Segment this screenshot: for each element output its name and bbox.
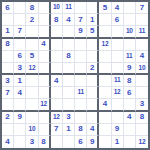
sudoku-board: 6810115472847161795101184126581143122910… xyxy=(0,0,150,150)
sudoku-cell-r4c8[interactable] xyxy=(87,39,99,51)
sudoku-cell-r7c5[interactable]: 4 xyxy=(51,75,63,87)
sudoku-cell-r6c3[interactable]: 12 xyxy=(26,63,38,75)
sudoku-cell-r6c10[interactable] xyxy=(112,63,124,75)
sudoku-cell-r4c6[interactable] xyxy=(63,39,75,51)
sudoku-cell-r8c10[interactable]: 12 xyxy=(112,87,124,99)
sudoku-cell-r10c11[interactable]: 4 xyxy=(124,112,136,124)
sudoku-cell-r1c1[interactable]: 6 xyxy=(2,2,14,14)
sudoku-cell-r11c5[interactable]: 7 xyxy=(51,124,63,136)
sudoku-cell-r4c7[interactable] xyxy=(75,39,87,51)
sudoku-cell-r6c2[interactable]: 3 xyxy=(14,63,26,75)
sudoku-cell-r7c11[interactable]: 8 xyxy=(124,75,136,87)
sudoku-cell-r7c4[interactable] xyxy=(39,75,51,87)
sudoku-cell-r5c2[interactable]: 6 xyxy=(14,51,26,63)
sudoku-cell-r4c2[interactable] xyxy=(14,39,26,51)
sudoku-cell-r5c5[interactable] xyxy=(51,51,63,63)
sudoku-cell-r2c9[interactable] xyxy=(99,14,111,26)
sudoku-cell-r1c5[interactable]: 10 xyxy=(51,2,63,14)
sudoku-cell-r2c2[interactable] xyxy=(14,14,26,26)
sudoku-cell-r8c6[interactable] xyxy=(63,87,75,99)
sudoku-cell-r1c8[interactable] xyxy=(87,2,99,14)
sudoku-cell-r6c1[interactable] xyxy=(2,63,14,75)
sudoku-cell-r8c8[interactable] xyxy=(87,87,99,99)
sudoku-cell-r8c11[interactable]: 6 xyxy=(124,87,136,99)
sudoku-cell-r12c7[interactable]: 6 xyxy=(75,136,87,148)
sudoku-cell-r2c3[interactable]: 2 xyxy=(26,14,38,26)
sudoku-cell-r9c6[interactable] xyxy=(63,99,75,111)
sudoku-cell-r3c10[interactable] xyxy=(112,26,124,38)
sudoku-cell-r4c10[interactable] xyxy=(112,39,124,51)
sudoku-cell-r5c6[interactable]: 8 xyxy=(63,51,75,63)
sudoku-cell-r4c3[interactable] xyxy=(26,39,38,51)
sudoku-cell-r12c5[interactable] xyxy=(51,136,63,148)
sudoku-cell-r7c6[interactable] xyxy=(63,75,75,87)
sudoku-cell-r1c3[interactable]: 8 xyxy=(26,2,38,14)
sudoku-cell-r10c5[interactable]: 12 xyxy=(51,112,63,124)
sudoku-cell-r10c10[interactable] xyxy=(112,112,124,124)
sudoku-cell-r9c5[interactable] xyxy=(51,99,63,111)
sudoku-cell-r5c12[interactable]: 4 xyxy=(136,51,148,63)
sudoku-cell-r9c10[interactable] xyxy=(112,99,124,111)
sudoku-cell-r12c3[interactable]: 3 xyxy=(26,136,38,148)
sudoku-cell-r9c4[interactable]: 12 xyxy=(39,99,51,111)
sudoku-cell-r9c8[interactable] xyxy=(87,99,99,111)
sudoku-cell-r3c1[interactable]: 1 xyxy=(2,26,14,38)
sudoku-cell-r6c8[interactable]: 2 xyxy=(87,63,99,75)
sudoku-cell-r10c4[interactable] xyxy=(39,112,51,124)
sudoku-cell-r2c12[interactable] xyxy=(136,14,148,26)
sudoku-cell-r11c12[interactable] xyxy=(136,124,148,136)
sudoku-cell-r11c2[interactable] xyxy=(14,124,26,136)
sudoku-cell-r11c11[interactable] xyxy=(124,124,136,136)
sudoku-cell-r12c8[interactable]: 9 xyxy=(87,136,99,148)
sudoku-cell-r10c6[interactable]: 3 xyxy=(63,112,75,124)
sudoku-cell-r3c6[interactable] xyxy=(63,26,75,38)
sudoku-cell-r3c4[interactable] xyxy=(39,26,51,38)
sudoku-cell-r8c7[interactable]: 11 xyxy=(75,87,87,99)
sudoku-cell-r1c9[interactable]: 5 xyxy=(99,2,111,14)
sudoku-cell-r6c7[interactable] xyxy=(75,63,87,75)
sudoku-cell-r2c8[interactable]: 1 xyxy=(87,14,99,26)
sudoku-cell-r12c12[interactable]: 12 xyxy=(136,136,148,148)
sudoku-cell-r10c12[interactable]: 8 xyxy=(136,112,148,124)
sudoku-cell-r5c4[interactable] xyxy=(39,51,51,63)
sudoku-cell-r5c7[interactable] xyxy=(75,51,87,63)
sudoku-cell-r2c10[interactable]: 6 xyxy=(112,14,124,26)
sudoku-cell-r4c5[interactable] xyxy=(51,39,63,51)
sudoku-cell-r12c10[interactable]: 1 xyxy=(112,136,124,148)
sudoku-cell-r3c8[interactable]: 5 xyxy=(87,26,99,38)
sudoku-cell-r6c11[interactable]: 9 xyxy=(124,63,136,75)
sudoku-cell-r4c1[interactable]: 8 xyxy=(2,39,14,51)
sudoku-cell-r5c11[interactable]: 11 xyxy=(124,51,136,63)
sudoku-cell-r12c9[interactable] xyxy=(99,136,111,148)
sudoku-cell-r4c9[interactable]: 12 xyxy=(99,39,111,51)
sudoku-cell-r6c5[interactable] xyxy=(51,63,63,75)
sudoku-cell-r11c10[interactable]: 9 xyxy=(112,124,124,136)
sudoku-cell-r6c9[interactable] xyxy=(99,63,111,75)
sudoku-cell-r11c4[interactable] xyxy=(39,124,51,136)
sudoku-cell-r5c9[interactable] xyxy=(99,51,111,63)
sudoku-cell-r11c8[interactable]: 4 xyxy=(87,124,99,136)
sudoku-cell-r9c9[interactable]: 4 xyxy=(99,99,111,111)
sudoku-cell-r11c1[interactable] xyxy=(2,124,14,136)
sudoku-cell-r12c1[interactable]: 4 xyxy=(2,136,14,148)
sudoku-cell-r3c7[interactable]: 9 xyxy=(75,26,87,38)
sudoku-cell-r11c9[interactable] xyxy=(99,124,111,136)
sudoku-cell-r7c10[interactable]: 11 xyxy=(112,75,124,87)
sudoku-cell-r4c4[interactable]: 4 xyxy=(39,39,51,51)
sudoku-cell-r10c9[interactable] xyxy=(99,112,111,124)
sudoku-cell-r7c3[interactable] xyxy=(26,75,38,87)
sudoku-cell-r9c7[interactable] xyxy=(75,99,87,111)
sudoku-cell-r2c11[interactable] xyxy=(124,14,136,26)
sudoku-cell-r3c12[interactable]: 11 xyxy=(136,26,148,38)
sudoku-cell-r8c2[interactable]: 4 xyxy=(14,87,26,99)
sudoku-cell-r1c11[interactable] xyxy=(124,2,136,14)
sudoku-cell-r10c2[interactable]: 9 xyxy=(14,112,26,124)
sudoku-cell-r3c11[interactable]: 10 xyxy=(124,26,136,38)
sudoku-cell-r12c6[interactable] xyxy=(63,136,75,148)
sudoku-cell-r2c5[interactable]: 8 xyxy=(51,14,63,26)
sudoku-cell-r4c12[interactable] xyxy=(136,39,148,51)
sudoku-cell-r5c3[interactable]: 5 xyxy=(26,51,38,63)
sudoku-cell-r5c10[interactable] xyxy=(112,51,124,63)
sudoku-cell-r8c9[interactable] xyxy=(99,87,111,99)
sudoku-cell-r7c7[interactable] xyxy=(75,75,87,87)
sudoku-cell-r12c2[interactable] xyxy=(14,136,26,148)
sudoku-cell-r12c11[interactable] xyxy=(124,136,136,148)
sudoku-cell-r8c1[interactable]: 7 xyxy=(2,87,14,99)
sudoku-cell-r11c7[interactable]: 8 xyxy=(75,124,87,136)
sudoku-cell-r9c1[interactable] xyxy=(2,99,14,111)
sudoku-cell-r1c6[interactable]: 11 xyxy=(63,2,75,14)
sudoku-cell-r1c12[interactable]: 7 xyxy=(136,2,148,14)
sudoku-cell-r9c2[interactable] xyxy=(14,99,26,111)
sudoku-cell-r9c3[interactable] xyxy=(26,99,38,111)
sudoku-cell-r1c10[interactable]: 4 xyxy=(112,2,124,14)
sudoku-cell-r10c7[interactable] xyxy=(75,112,87,124)
sudoku-cell-r2c1[interactable] xyxy=(2,14,14,26)
sudoku-cell-r9c12[interactable]: 3 xyxy=(136,99,148,111)
sudoku-cell-r7c12[interactable] xyxy=(136,75,148,87)
sudoku-cell-r3c9[interactable] xyxy=(99,26,111,38)
sudoku-cell-r12c4[interactable]: 8 xyxy=(39,136,51,148)
sudoku-cell-r8c3[interactable] xyxy=(26,87,38,99)
sudoku-cell-r5c1[interactable] xyxy=(2,51,14,63)
sudoku-cell-r6c4[interactable] xyxy=(39,63,51,75)
sudoku-cell-r7c2[interactable]: 1 xyxy=(14,75,26,87)
sudoku-cell-r3c3[interactable] xyxy=(26,26,38,38)
sudoku-cell-r6c6[interactable] xyxy=(63,63,75,75)
sudoku-cell-r10c8[interactable] xyxy=(87,112,99,124)
sudoku-cell-r3c2[interactable]: 7 xyxy=(14,26,26,38)
sudoku-cell-r1c7[interactable] xyxy=(75,2,87,14)
sudoku-cell-r11c6[interactable]: 1 xyxy=(63,124,75,136)
sudoku-cell-r8c12[interactable] xyxy=(136,87,148,99)
sudoku-cell-r2c7[interactable]: 7 xyxy=(75,14,87,26)
sudoku-cell-r1c2[interactable] xyxy=(14,2,26,14)
sudoku-cell-r8c4[interactable] xyxy=(39,87,51,99)
sudoku-cell-r5c8[interactable] xyxy=(87,51,99,63)
sudoku-cell-r8c5[interactable] xyxy=(51,87,63,99)
sudoku-cell-r2c4[interactable] xyxy=(39,14,51,26)
sudoku-cell-r6c12[interactable]: 10 xyxy=(136,63,148,75)
sudoku-cell-r10c1[interactable]: 2 xyxy=(2,112,14,124)
sudoku-cell-r4c11[interactable] xyxy=(124,39,136,51)
sudoku-cell-r7c8[interactable] xyxy=(87,75,99,87)
sudoku-cell-r11c3[interactable]: 10 xyxy=(26,124,38,136)
sudoku-cell-r7c9[interactable] xyxy=(99,75,111,87)
sudoku-cell-r1c4[interactable] xyxy=(39,2,51,14)
sudoku-cell-r10c3[interactable] xyxy=(26,112,38,124)
sudoku-cell-r7c1[interactable]: 3 xyxy=(2,75,14,87)
sudoku-cell-r2c6[interactable]: 4 xyxy=(63,14,75,26)
sudoku-cell-r9c11[interactable] xyxy=(124,99,136,111)
sudoku-cell-r3c5[interactable] xyxy=(51,26,63,38)
